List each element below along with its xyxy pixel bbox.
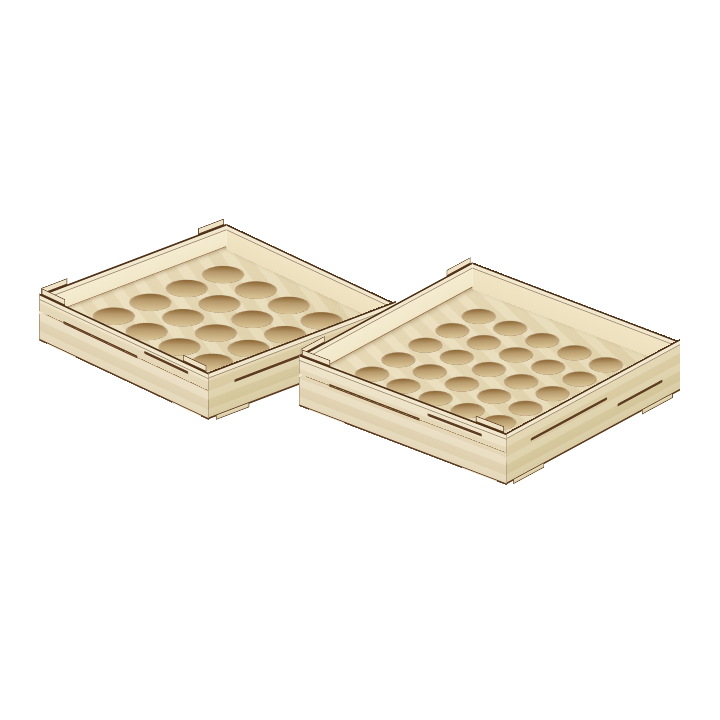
wall-foot <box>461 466 498 486</box>
token-hole <box>472 386 517 406</box>
wall-foot <box>308 408 345 428</box>
wall-foot <box>513 462 544 484</box>
token-hole <box>435 347 480 367</box>
token-hole <box>493 345 538 365</box>
token-hole <box>429 320 474 340</box>
token-hole <box>440 374 485 394</box>
token-hole <box>408 362 453 382</box>
wall-foot <box>642 393 673 415</box>
token-hole <box>488 318 533 338</box>
wall-foot <box>46 342 76 362</box>
corner-tab <box>474 257 503 274</box>
token-hole <box>525 357 570 377</box>
wall-foot <box>171 401 201 421</box>
token-hole <box>498 371 543 391</box>
token-hole <box>456 306 501 326</box>
corner-tab <box>228 218 252 235</box>
corner-tab <box>446 257 470 276</box>
wall-foot <box>216 402 250 420</box>
token-hole <box>461 333 506 353</box>
token-hole <box>552 342 597 362</box>
photo-stage <box>0 0 720 720</box>
token-hole <box>403 335 448 355</box>
token-hole <box>520 330 565 350</box>
corner-tab <box>198 218 224 234</box>
token-hole <box>376 349 421 369</box>
token-hole <box>466 359 511 379</box>
